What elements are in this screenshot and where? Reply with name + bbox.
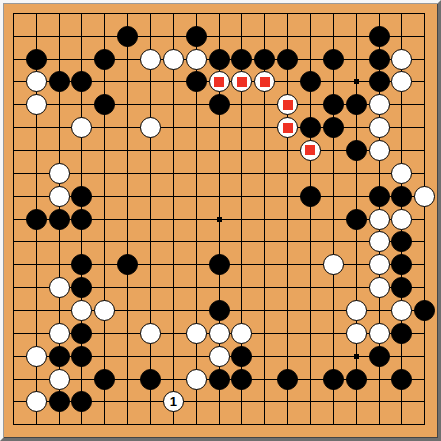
white-stone xyxy=(71,117,92,138)
black-stone xyxy=(26,49,47,70)
white-stone xyxy=(186,323,207,344)
black-stone xyxy=(49,391,70,412)
white-stone xyxy=(49,369,70,390)
black-stone xyxy=(391,186,412,207)
white-stone xyxy=(94,300,115,321)
black-stone xyxy=(391,323,412,344)
white-stone xyxy=(391,49,412,70)
white-stone xyxy=(369,117,390,138)
black-stone xyxy=(391,277,412,298)
red-square-mark xyxy=(283,123,293,133)
white-stone xyxy=(346,323,367,344)
black-stone xyxy=(369,71,390,92)
white-stone xyxy=(369,323,390,344)
white-stone xyxy=(49,277,70,298)
grid-line-vertical xyxy=(287,13,288,425)
black-stone xyxy=(71,391,92,412)
white-stone xyxy=(49,163,70,184)
white-stone xyxy=(140,117,161,138)
black-stone xyxy=(49,346,70,367)
black-stone xyxy=(323,94,344,115)
black-stone xyxy=(49,209,70,230)
star-point xyxy=(354,79,359,84)
black-stone xyxy=(323,49,344,70)
black-stone xyxy=(346,94,367,115)
black-stone xyxy=(94,369,115,390)
black-stone xyxy=(71,323,92,344)
black-stone xyxy=(231,346,252,367)
white-stone xyxy=(140,323,161,344)
black-stone xyxy=(369,186,390,207)
white-stone xyxy=(231,323,252,344)
black-stone xyxy=(231,369,252,390)
black-stone xyxy=(94,49,115,70)
black-stone xyxy=(26,209,47,230)
black-stone xyxy=(140,369,161,390)
black-stone xyxy=(231,49,252,70)
black-stone xyxy=(209,94,230,115)
white-stone xyxy=(369,140,390,161)
black-stone xyxy=(369,346,390,367)
black-stone xyxy=(117,254,138,275)
red-square-mark xyxy=(260,77,270,87)
black-stone xyxy=(209,254,230,275)
grid-line-vertical xyxy=(424,13,425,425)
black-stone xyxy=(277,369,298,390)
black-stone xyxy=(277,49,298,70)
black-stone xyxy=(71,209,92,230)
star-point xyxy=(217,217,222,222)
black-stone xyxy=(71,346,92,367)
white-stone xyxy=(186,369,207,390)
white-stone xyxy=(369,209,390,230)
white-stone xyxy=(163,49,184,70)
white-stone xyxy=(391,163,412,184)
black-stone xyxy=(391,254,412,275)
black-stone xyxy=(186,26,207,47)
black-stone xyxy=(300,186,321,207)
white-stone xyxy=(71,300,92,321)
black-stone xyxy=(346,140,367,161)
red-square-mark xyxy=(237,77,247,87)
white-stone xyxy=(140,49,161,70)
black-stone xyxy=(300,117,321,138)
white-stone-marked xyxy=(300,140,321,161)
white-stone-marked xyxy=(254,71,275,92)
black-stone xyxy=(209,369,230,390)
red-square-mark xyxy=(305,145,315,155)
black-stone xyxy=(346,209,367,230)
black-stone xyxy=(414,300,435,321)
white-stone xyxy=(369,231,390,252)
black-stone xyxy=(346,369,367,390)
white-stone xyxy=(346,300,367,321)
grid-line-horizontal xyxy=(13,241,425,242)
red-square-mark xyxy=(214,77,224,87)
black-stone xyxy=(49,71,70,92)
red-square-mark xyxy=(283,100,293,110)
black-stone xyxy=(323,369,344,390)
white-stone-marked xyxy=(277,117,298,138)
black-stone xyxy=(209,49,230,70)
black-stone xyxy=(300,71,321,92)
white-stone xyxy=(186,49,207,70)
white-stone xyxy=(49,186,70,207)
black-stone xyxy=(186,71,207,92)
black-stone xyxy=(369,26,390,47)
white-stone xyxy=(26,71,47,92)
black-stone xyxy=(71,254,92,275)
star-point xyxy=(354,354,359,359)
white-stone-marked xyxy=(277,94,298,115)
white-stone xyxy=(369,277,390,298)
grid-line-vertical xyxy=(333,13,334,425)
black-stone xyxy=(209,300,230,321)
black-stone xyxy=(323,117,344,138)
white-stone xyxy=(209,323,230,344)
black-stone xyxy=(369,49,390,70)
white-stone xyxy=(26,391,47,412)
black-stone xyxy=(71,71,92,92)
black-stone xyxy=(71,186,92,207)
grid-line-horizontal xyxy=(13,424,425,425)
black-stone xyxy=(391,369,412,390)
black-stone xyxy=(71,277,92,298)
white-stone xyxy=(391,71,412,92)
white-stone-marked xyxy=(231,71,252,92)
white-stone xyxy=(49,323,70,344)
white-stone-marked xyxy=(209,71,230,92)
white-stone-numbered: 1 xyxy=(163,391,184,412)
white-stone xyxy=(26,94,47,115)
white-stone xyxy=(26,346,47,367)
white-stone xyxy=(391,300,412,321)
white-stone xyxy=(369,254,390,275)
black-stone xyxy=(94,94,115,115)
black-stone xyxy=(117,26,138,47)
black-stone xyxy=(254,49,275,70)
white-stone xyxy=(209,346,230,367)
white-stone xyxy=(391,209,412,230)
black-stone xyxy=(391,231,412,252)
go-board: 1 xyxy=(0,0,441,441)
white-stone xyxy=(323,254,344,275)
white-stone xyxy=(414,186,435,207)
white-stone xyxy=(369,94,390,115)
